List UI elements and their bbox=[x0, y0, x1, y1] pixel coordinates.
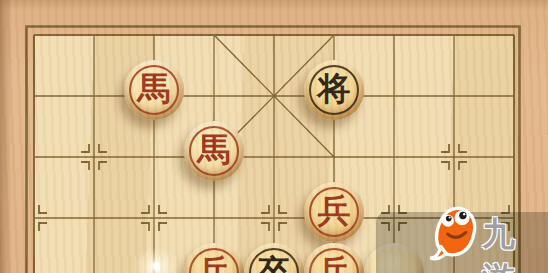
watermark-logo: 九游 bbox=[430, 203, 548, 273]
piece-character: 卒 bbox=[258, 242, 291, 273]
piece-red-horse[interactable]: 馬 bbox=[124, 60, 184, 120]
xiangqi-board[interactable]: 馬将馬兵兵卒兵 九游 bbox=[0, 0, 548, 273]
piece-character: 兵 bbox=[198, 242, 231, 273]
piece-character: 馬 bbox=[138, 59, 171, 119]
piece-character: 兵 bbox=[318, 181, 351, 241]
piece-character: 将 bbox=[318, 59, 351, 119]
piece-red-horse[interactable]: 馬 bbox=[184, 121, 244, 181]
piece-character: 馬 bbox=[198, 120, 231, 180]
piece-character: 兵 bbox=[318, 242, 351, 273]
mascot-icon bbox=[430, 203, 480, 265]
piece-black-general[interactable]: 将 bbox=[304, 60, 364, 120]
watermark-brand-text: 九游 bbox=[482, 212, 548, 273]
piece-red-soldier[interactable]: 兵 bbox=[304, 182, 364, 242]
